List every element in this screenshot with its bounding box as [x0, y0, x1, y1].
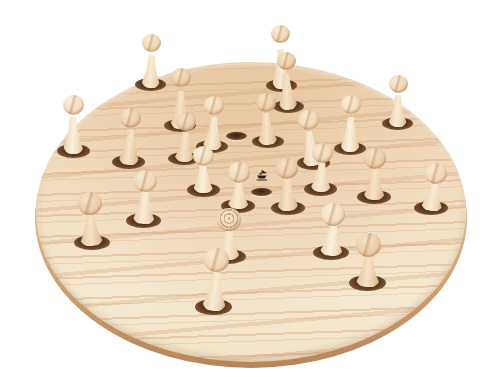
product-photo-stage: [0, 0, 500, 377]
peg-body: [117, 128, 142, 166]
peg-head: [204, 96, 224, 115]
peg-head: [142, 34, 161, 52]
peg-body: [255, 112, 279, 145]
peg-head: [356, 233, 381, 257]
peg[interactable]: [349, 233, 386, 291]
peg[interactable]: [135, 34, 166, 91]
peg-head: [341, 95, 361, 114]
peg-head: [321, 203, 345, 226]
peg-body: [140, 55, 162, 89]
peg-body: [339, 117, 362, 152]
peg[interactable]: [271, 158, 305, 215]
peg[interactable]: [334, 95, 366, 155]
peg-head: [193, 146, 214, 166]
peg-body: [192, 164, 215, 193]
peg-body: [77, 212, 105, 247]
peg-head: [389, 75, 408, 93]
peg[interactable]: [313, 203, 349, 260]
peg-head: [63, 95, 84, 115]
peg-head: [271, 25, 290, 43]
peg[interactable]: [414, 163, 448, 215]
peg[interactable]: [187, 146, 220, 197]
peg-head: [256, 93, 276, 112]
peg[interactable]: [195, 248, 232, 315]
peg-body: [387, 95, 409, 127]
peg-head: [120, 108, 141, 128]
peg-head: [312, 143, 333, 163]
peg[interactable]: [221, 162, 255, 213]
peg-body: [354, 254, 382, 288]
peg[interactable]: [304, 143, 337, 196]
peg[interactable]: [126, 170, 161, 228]
peg-head: [217, 208, 241, 231]
peg-head: [228, 162, 250, 183]
empty-hole[interactable]: [226, 132, 247, 140]
peg-body: [275, 178, 300, 212]
peg-head: [298, 110, 319, 130]
peg-head: [204, 248, 229, 272]
peg-head: [276, 158, 298, 179]
peg[interactable]: [382, 75, 413, 130]
peg-head: [277, 52, 296, 70]
peg-body: [318, 223, 346, 257]
peg[interactable]: [357, 148, 391, 204]
peg-body: [362, 168, 387, 201]
peg-body: [226, 180, 251, 210]
peg[interactable]: [57, 95, 90, 158]
peg-head: [176, 112, 196, 131]
peg-head: [78, 192, 102, 215]
peg-head: [134, 170, 157, 192]
peg-body: [131, 190, 158, 224]
peg-head: [425, 163, 447, 184]
peg[interactable]: [252, 93, 284, 148]
maker-stamp-icon: [254, 169, 270, 184]
peg-body: [62, 117, 85, 154]
peg[interactable]: [196, 96, 228, 153]
peg-head: [171, 68, 191, 87]
peg-body: [309, 161, 334, 192]
peg-head: [364, 148, 386, 169]
peg[interactable]: [112, 108, 145, 169]
peg[interactable]: [74, 192, 110, 250]
